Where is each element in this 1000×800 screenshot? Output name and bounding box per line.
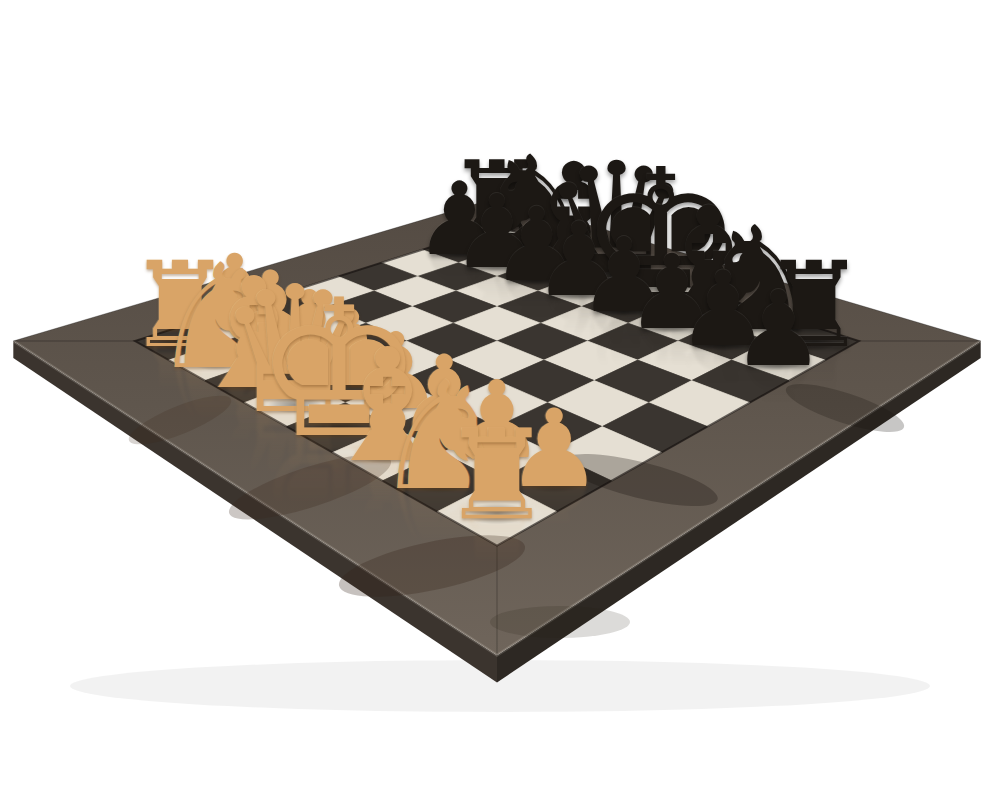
piece-shadow — [409, 473, 470, 493]
piece-shadow — [686, 301, 731, 316]
piece-shadow — [156, 335, 204, 351]
piece-shadow — [247, 335, 295, 351]
piece-shadow — [311, 419, 367, 438]
gloss-reflection — [490, 606, 630, 638]
piece-shadow — [699, 335, 747, 351]
piece-shadow — [285, 354, 335, 371]
piece-shadow — [417, 419, 473, 438]
piece-shadow — [649, 318, 695, 333]
piece-shadow — [358, 445, 416, 464]
piece-shadow — [468, 445, 526, 464]
piece-shadow — [228, 374, 280, 391]
piece-shadow — [515, 245, 555, 258]
piece-shadow — [477, 258, 518, 272]
piece-shadow — [736, 318, 782, 333]
piece-shadow — [602, 301, 647, 316]
piece-shadow — [191, 354, 241, 371]
piece-shadow — [754, 354, 804, 371]
piece-shadow — [554, 258, 595, 272]
piece-shadow — [440, 245, 480, 258]
piece-shadow — [524, 473, 585, 493]
piece-shadow — [268, 396, 322, 414]
piece-shadow — [516, 271, 558, 285]
piece-shadow — [325, 374, 377, 391]
piece-shadow — [369, 396, 423, 414]
chess-set-photo: ♜♜♞♞♟♟♝♝♟♟♛♛♟♟♚♚♟♟♝♝♟♟♞♞♟♟♟♟♜♜♟♟♟♟♜♜♟♟♟♟… — [0, 0, 1000, 800]
piece-shadow — [595, 271, 637, 285]
chessboard — [0, 0, 1000, 800]
piece-shadow — [639, 286, 682, 300]
piece-shadow — [557, 286, 600, 300]
piece-shadow — [465, 503, 529, 524]
piece-shadow — [790, 335, 838, 351]
piece-shadow — [212, 318, 258, 333]
piece-shadow — [478, 233, 517, 246]
